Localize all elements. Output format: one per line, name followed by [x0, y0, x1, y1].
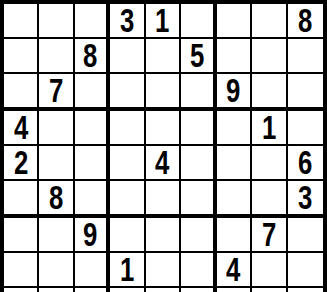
cell-r1c7[interactable]	[217, 4, 252, 39]
cell-r4c1: 4	[4, 111, 39, 146]
cell-r3c4[interactable]	[110, 74, 145, 111]
cell-r8c8[interactable]	[252, 253, 287, 288]
given-digit: 3	[298, 181, 312, 214]
cell-r6c4[interactable]	[110, 181, 145, 218]
given-digit: 6	[155, 288, 169, 292]
cell-r9c7[interactable]	[217, 288, 252, 292]
given-digit: 3	[190, 288, 204, 292]
cell-r7c5[interactable]	[146, 218, 181, 253]
cell-r1c8[interactable]	[252, 4, 287, 39]
cell-r7c9[interactable]	[288, 218, 323, 253]
cell-r6c7[interactable]	[217, 181, 252, 218]
given-digit: 5	[190, 39, 204, 72]
cell-r7c8: 7	[252, 218, 287, 253]
cell-r9c5: 6	[146, 288, 181, 292]
given-digit: 8	[49, 181, 63, 214]
cell-r2c8[interactable]	[252, 39, 287, 74]
cell-r3c7: 9	[217, 74, 252, 111]
cell-r5c9: 6	[288, 146, 323, 181]
cell-r6c2: 8	[39, 181, 74, 218]
cell-r1c6[interactable]	[181, 4, 216, 39]
given-digit: 9	[83, 218, 97, 251]
cell-r9c9[interactable]	[288, 288, 323, 292]
cell-r5c7[interactable]	[217, 146, 252, 181]
cell-r7c2[interactable]	[39, 218, 74, 253]
cell-r8c2[interactable]	[39, 253, 74, 288]
cell-r3c6[interactable]	[181, 74, 216, 111]
cell-r6c1[interactable]	[4, 181, 39, 218]
cell-r6c8[interactable]	[252, 181, 287, 218]
given-digit: 3	[120, 4, 134, 37]
cell-r7c1[interactable]	[4, 218, 39, 253]
cell-r4c7[interactable]	[217, 111, 252, 146]
given-digit: 1	[262, 111, 276, 144]
cell-r1c5: 1	[146, 4, 181, 39]
cell-r8c5[interactable]	[146, 253, 181, 288]
cell-r3c9[interactable]	[288, 74, 323, 111]
cell-r9c4[interactable]	[110, 288, 145, 292]
cell-r7c3: 9	[75, 218, 110, 253]
cell-r4c6[interactable]	[181, 111, 216, 146]
cell-r1c3[interactable]	[75, 4, 110, 39]
cell-r9c6: 3	[181, 288, 216, 292]
cell-r3c5[interactable]	[146, 74, 181, 111]
cell-r7c7[interactable]	[217, 218, 252, 253]
cell-r4c9[interactable]	[288, 111, 323, 146]
cell-r5c2[interactable]	[39, 146, 74, 181]
given-digit: 1	[155, 4, 169, 37]
given-digit: 4	[14, 111, 28, 144]
cell-r6c6[interactable]	[181, 181, 216, 218]
cell-r3c1[interactable]	[4, 74, 39, 111]
cell-r2c3: 8	[75, 39, 110, 74]
given-digit: 1	[14, 288, 28, 292]
cell-r1c2[interactable]	[39, 4, 74, 39]
cell-r4c4[interactable]	[110, 111, 145, 146]
cell-r5c1: 2	[4, 146, 39, 181]
cell-r4c5[interactable]	[146, 111, 181, 146]
cell-r4c8: 1	[252, 111, 287, 146]
cell-r9c2[interactable]	[39, 288, 74, 292]
cell-r2c7[interactable]	[217, 39, 252, 74]
given-digit: 1	[120, 253, 134, 286]
cell-r8c3[interactable]	[75, 253, 110, 288]
cell-r5c3[interactable]	[75, 146, 110, 181]
cell-r2c1[interactable]	[4, 39, 39, 74]
cell-r5c4[interactable]	[110, 146, 145, 181]
cell-r3c3[interactable]	[75, 74, 110, 111]
given-digit: 7	[49, 74, 63, 107]
cell-r7c4[interactable]	[110, 218, 145, 253]
given-digit: 4	[226, 253, 240, 286]
cell-r1c4: 3	[110, 4, 145, 39]
cell-r1c1[interactable]	[4, 4, 39, 39]
cell-r9c3[interactable]	[75, 288, 110, 292]
cell-r1c9: 8	[288, 4, 323, 39]
cell-r6c9: 3	[288, 181, 323, 218]
cell-r2c2[interactable]	[39, 39, 74, 74]
cell-r8c9[interactable]	[288, 253, 323, 288]
given-digit: 4	[155, 146, 169, 179]
cell-r2c5[interactable]	[146, 39, 181, 74]
given-digit: 8	[298, 4, 312, 37]
cell-r2c6: 5	[181, 39, 216, 74]
given-digit: 7	[262, 218, 276, 251]
given-digit: 8	[83, 39, 97, 72]
cell-r8c1[interactable]	[4, 253, 39, 288]
cell-r7c6[interactable]	[181, 218, 216, 253]
cell-r5c8[interactable]	[252, 146, 287, 181]
given-digit: 2	[14, 146, 28, 179]
cell-r6c3[interactable]	[75, 181, 110, 218]
cell-r5c5: 4	[146, 146, 181, 181]
cell-r5c6[interactable]	[181, 146, 216, 181]
cell-r2c9[interactable]	[288, 39, 323, 74]
cell-r6c5[interactable]	[146, 181, 181, 218]
cell-r8c4: 1	[110, 253, 145, 288]
cell-r9c8[interactable]	[252, 288, 287, 292]
cell-r4c2[interactable]	[39, 111, 74, 146]
cell-r9c1: 1	[4, 288, 39, 292]
cell-r2c4[interactable]	[110, 39, 145, 74]
given-digit: 6	[298, 146, 312, 179]
given-digit: 9	[226, 74, 240, 107]
cell-r3c8[interactable]	[252, 74, 287, 111]
cell-r8c7: 4	[217, 253, 252, 288]
cell-r3c2: 7	[39, 74, 74, 111]
cell-r8c6[interactable]	[181, 253, 216, 288]
cell-r4c3[interactable]	[75, 111, 110, 146]
sudoku-board: 318857941246839714163	[0, 0, 327, 292]
